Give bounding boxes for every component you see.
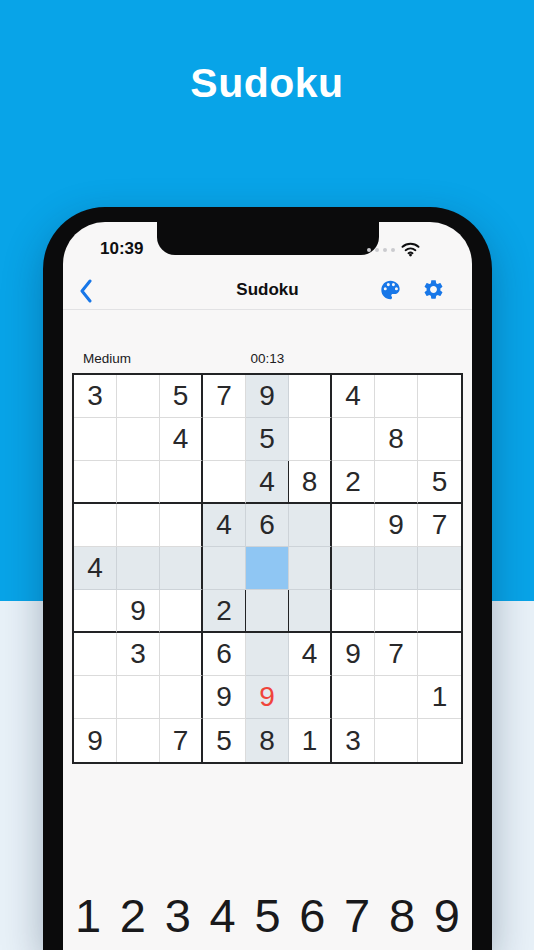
cell-r2c6[interactable] [289, 418, 332, 461]
cell-r3c9[interactable]: 5 [418, 461, 461, 504]
cell-r1c7[interactable]: 4 [332, 375, 375, 418]
cell-r8c8[interactable] [375, 676, 418, 719]
cell-r2c1[interactable] [74, 418, 117, 461]
cell-r3c6[interactable]: 8 [289, 461, 332, 504]
cell-r1c2[interactable] [117, 375, 160, 418]
cell-r2c3[interactable]: 4 [160, 418, 203, 461]
cell-r7c4[interactable]: 6 [203, 633, 246, 676]
status-time: 10:39 [100, 239, 143, 259]
numpad-8[interactable]: 8 [389, 890, 415, 942]
cell-r5c9[interactable] [418, 547, 461, 590]
cell-r4c7[interactable] [332, 504, 375, 547]
wifi-icon [401, 242, 420, 257]
cell-r5c7[interactable] [332, 547, 375, 590]
cell-r9c8[interactable] [375, 719, 418, 762]
cell-r9c9[interactable] [418, 719, 461, 762]
cell-r9c7[interactable]: 3 [332, 719, 375, 762]
cell-r6c1[interactable] [74, 590, 117, 633]
nav-actions [378, 277, 446, 302]
signal-dots-icon [367, 248, 395, 252]
numpad-9[interactable]: 9 [434, 890, 460, 942]
promo-title: Sudoku [0, 60, 534, 107]
numpad-2[interactable]: 2 [120, 890, 146, 942]
cell-r3c1[interactable] [74, 461, 117, 504]
cell-r4c6[interactable] [289, 504, 332, 547]
cell-r1c3[interactable]: 5 [160, 375, 203, 418]
number-pad: 123456789 [75, 890, 460, 942]
cell-r1c9[interactable] [418, 375, 461, 418]
cell-r7c7[interactable]: 9 [332, 633, 375, 676]
cell-r5c1[interactable]: 4 [74, 547, 117, 590]
cell-r7c1[interactable] [74, 633, 117, 676]
cell-r8c6[interactable] [289, 676, 332, 719]
cell-r4c4[interactable]: 4 [203, 504, 246, 547]
info-bar: Medium 00:13 [63, 348, 472, 370]
cell-r4c1[interactable] [74, 504, 117, 547]
cell-r4c5[interactable]: 6 [246, 504, 289, 547]
cell-r7c6[interactable]: 4 [289, 633, 332, 676]
cell-r3c3[interactable] [160, 461, 203, 504]
numpad-6[interactable]: 6 [299, 890, 325, 942]
cell-r5c8[interactable] [375, 547, 418, 590]
cell-r6c7[interactable] [332, 590, 375, 633]
numpad-1[interactable]: 1 [75, 890, 101, 942]
phone-screen: 10:39 Sudoku [63, 222, 472, 950]
cell-r4c2[interactable] [117, 504, 160, 547]
settings-button[interactable] [421, 277, 446, 302]
numpad-7[interactable]: 7 [344, 890, 370, 942]
cell-r4c3[interactable] [160, 504, 203, 547]
cell-r9c4[interactable]: 5 [203, 719, 246, 762]
cell-r3c7[interactable]: 2 [332, 461, 375, 504]
cell-r6c5[interactable] [246, 590, 289, 633]
cell-r2c2[interactable] [117, 418, 160, 461]
cell-r6c2[interactable]: 9 [117, 590, 160, 633]
cell-r3c5[interactable]: 4 [246, 461, 289, 504]
cell-r1c4[interactable]: 7 [203, 375, 246, 418]
promo-screenshot: Sudoku 10:39 [0, 0, 534, 950]
cell-r4c8[interactable]: 9 [375, 504, 418, 547]
numpad-3[interactable]: 3 [165, 890, 191, 942]
cell-r7c2[interactable]: 3 [117, 633, 160, 676]
cell-r9c6[interactable]: 1 [289, 719, 332, 762]
palette-icon [379, 279, 402, 301]
cell-r2c8[interactable]: 8 [375, 418, 418, 461]
cell-r8c1[interactable] [74, 676, 117, 719]
cell-r6c9[interactable] [418, 590, 461, 633]
cell-r6c3[interactable] [160, 590, 203, 633]
phone-frame: 10:39 Sudoku [43, 207, 492, 950]
cell-r3c2[interactable] [117, 461, 160, 504]
cell-r8c4[interactable]: 9 [203, 676, 246, 719]
numpad-4[interactable]: 4 [210, 890, 236, 942]
cell-r9c2[interactable] [117, 719, 160, 762]
cell-r1c1[interactable]: 3 [74, 375, 117, 418]
cell-r8c5[interactable]: 9 [246, 676, 289, 719]
cell-r2c7[interactable] [332, 418, 375, 461]
sudoku-board: 357944584825469749236497991975813 [72, 373, 463, 764]
nav-bar: Sudoku [63, 272, 472, 310]
cell-r6c4[interactable]: 2 [203, 590, 246, 633]
cell-r7c5[interactable] [246, 633, 289, 676]
cell-r5c6[interactable] [289, 547, 332, 590]
cell-r7c9[interactable] [418, 633, 461, 676]
cell-r8c2[interactable] [117, 676, 160, 719]
cell-r6c8[interactable] [375, 590, 418, 633]
cell-r1c6[interactable] [289, 375, 332, 418]
cell-r9c5[interactable]: 8 [246, 719, 289, 762]
status-icons [367, 242, 420, 257]
cell-r5c4[interactable] [203, 547, 246, 590]
cell-r3c8[interactable] [375, 461, 418, 504]
theme-button[interactable] [378, 278, 403, 302]
gear-icon [422, 278, 445, 301]
cell-r4c9[interactable]: 7 [418, 504, 461, 547]
cell-r1c8[interactable] [375, 375, 418, 418]
cell-r8c3[interactable] [160, 676, 203, 719]
cell-r2c5[interactable]: 5 [246, 418, 289, 461]
cell-r3c4[interactable] [203, 461, 246, 504]
cell-r1c5[interactable]: 9 [246, 375, 289, 418]
cell-r5c2[interactable] [117, 547, 160, 590]
cell-r9c1[interactable]: 9 [74, 719, 117, 762]
cell-r5c5[interactable] [246, 547, 289, 590]
cell-r8c9[interactable]: 1 [418, 676, 461, 719]
cell-r8c7[interactable] [332, 676, 375, 719]
cell-r9c3[interactable]: 7 [160, 719, 203, 762]
status-bar: 10:39 [63, 222, 472, 266]
cell-r2c4[interactable] [203, 418, 246, 461]
cell-r7c8[interactable]: 7 [375, 633, 418, 676]
cell-r6c6[interactable] [289, 590, 332, 633]
numpad-5[interactable]: 5 [254, 890, 280, 942]
cell-r7c3[interactable] [160, 633, 203, 676]
timer: 00:13 [63, 351, 472, 366]
cell-r2c9[interactable] [418, 418, 461, 461]
cell-r5c3[interactable] [160, 547, 203, 590]
